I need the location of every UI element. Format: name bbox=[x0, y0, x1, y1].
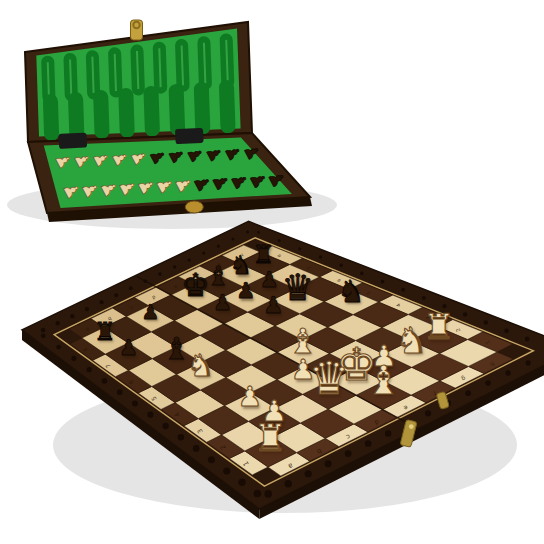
brass-emblem bbox=[185, 201, 203, 213]
lid-slot bbox=[126, 95, 127, 130]
storage-box: ♟♟♟♟♟♟♟♟♟♟♟♟♟♟♟♟♟♟♟♟♟♟♟ bbox=[25, 20, 312, 222]
box-latch bbox=[131, 20, 143, 40]
lid-slot bbox=[101, 97, 102, 131]
chess-set-photo: ♟♟♟♟♟♟♟♟♟♟♟♟♟♟♟♟♟♟♟♟♟♟♟1122334455667788a… bbox=[0, 0, 544, 544]
hinge bbox=[175, 128, 204, 144]
lid-slot bbox=[176, 91, 177, 128]
hinge bbox=[58, 132, 87, 148]
lid-slot bbox=[50, 102, 51, 134]
lid-slot bbox=[201, 89, 202, 127]
scene-graphic: ♟♟♟♟♟♟♟♟♟♟♟♟♟♟♟♟♟♟♟♟♟♟♟1122334455667788a… bbox=[0, 0, 544, 544]
lid-slot bbox=[227, 87, 228, 126]
lid-slot bbox=[151, 93, 152, 129]
lid-slot bbox=[76, 99, 77, 132]
